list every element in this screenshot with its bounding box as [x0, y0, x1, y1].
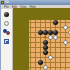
white-stone — [53, 35, 58, 40]
white-stone — [63, 25, 68, 30]
tool-sidebar — [1, 9, 13, 70]
white-stone — [43, 65, 48, 70]
black-stone — [53, 20, 58, 25]
mini-board-icon — [4, 39, 9, 44]
red-stone-icon — [6, 31, 10, 35]
white-stone-icon — [4, 21, 9, 26]
white-stone — [63, 40, 68, 45]
black-stone — [38, 60, 43, 65]
app-icon — [1, 1, 4, 4]
white-stone — [68, 30, 70, 35]
black-stone-tool[interactable] — [3, 11, 11, 17]
white-stone — [48, 55, 53, 60]
board-edit-tool[interactable] — [3, 38, 11, 44]
two-stones-tool[interactable] — [3, 29, 11, 35]
hoshi-point — [44, 36, 46, 38]
black-stone — [43, 50, 48, 55]
go-app-window: { "game": "go", "window": { "title": "Go… — [0, 0, 70, 70]
window-title: Go — [5, 1, 9, 4]
go-board[interactable] — [29, 20, 70, 70]
board-frame — [13, 8, 70, 70]
white-stone-tool[interactable] — [3, 20, 11, 26]
black-stone-icon — [4, 12, 9, 17]
